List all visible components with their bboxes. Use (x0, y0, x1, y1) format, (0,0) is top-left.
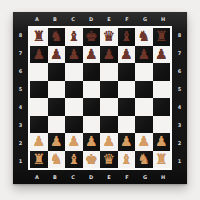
rank-label: 4 (13, 98, 28, 116)
rank-label: 8 (172, 26, 187, 44)
file-labels-bottom: ABCDEFGH (28, 170, 172, 184)
square-g4 (135, 98, 153, 116)
piece-black-pawn: ♟ (67, 46, 80, 63)
square-c3 (65, 116, 83, 134)
square-b2: ♟ (48, 133, 66, 151)
square-d6 (83, 63, 101, 81)
file-label: A (28, 17, 46, 22)
piece-white-rook: ♜ (32, 151, 45, 168)
square-h1: ♜ (153, 151, 171, 169)
square-f7: ♟ (118, 46, 136, 64)
piece-white-bishop: ♝ (120, 151, 133, 168)
square-d5 (83, 81, 101, 99)
square-f1: ♝ (118, 151, 136, 169)
piece-white-pawn: ♟ (67, 133, 80, 150)
square-b3 (48, 116, 66, 134)
piece-white-pawn: ♟ (102, 133, 115, 150)
rank-label: 1 (172, 152, 187, 170)
file-label: F (118, 175, 136, 180)
rank-label: 6 (172, 62, 187, 80)
piece-white-knight: ♞ (137, 151, 150, 168)
piece-black-queen: ♛ (102, 28, 115, 45)
square-h3 (153, 116, 171, 134)
square-f5 (118, 81, 136, 99)
piece-black-king: ♚ (85, 28, 98, 45)
square-b1: ♞ (48, 151, 66, 169)
rank-label: 3 (13, 116, 28, 134)
piece-black-rook: ♜ (32, 28, 45, 45)
square-f8: ♝ (118, 28, 136, 46)
piece-black-bishop: ♝ (67, 28, 80, 45)
square-g3 (135, 116, 153, 134)
rank-label: 7 (172, 44, 187, 62)
frame-corner (172, 170, 187, 184)
square-d2: ♟ (83, 133, 101, 151)
square-d8: ♚ (83, 28, 101, 46)
square-d1: ♚ (83, 151, 101, 169)
square-d4 (83, 98, 101, 116)
square-a7: ♟ (30, 46, 48, 64)
square-c5 (65, 81, 83, 99)
piece-white-bishop: ♝ (67, 151, 80, 168)
piece-black-pawn: ♟ (85, 46, 98, 63)
square-e3 (100, 116, 118, 134)
file-label: A (28, 175, 46, 180)
square-h6 (153, 63, 171, 81)
square-f3 (118, 116, 136, 134)
square-a1: ♜ (30, 151, 48, 169)
file-label: D (82, 17, 100, 22)
square-g1: ♞ (135, 151, 153, 169)
square-h8: ♜ (153, 28, 171, 46)
square-b5 (48, 81, 66, 99)
square-e4 (100, 98, 118, 116)
square-g8: ♞ (135, 28, 153, 46)
file-label: B (46, 17, 64, 22)
file-label: F (118, 17, 136, 22)
square-b8: ♞ (48, 28, 66, 46)
piece-black-pawn: ♟ (155, 46, 168, 63)
square-h7: ♟ (153, 46, 171, 64)
file-label: E (100, 175, 118, 180)
file-labels-top: ABCDEFGH (28, 12, 172, 26)
piece-white-knight: ♞ (50, 151, 63, 168)
piece-black-knight: ♞ (50, 28, 63, 45)
square-c8: ♝ (65, 28, 83, 46)
square-e1: ♛ (100, 151, 118, 169)
piece-black-knight: ♞ (137, 28, 150, 45)
square-h4 (153, 98, 171, 116)
square-f2: ♟ (118, 133, 136, 151)
piece-white-king: ♚ (85, 151, 98, 168)
square-g5 (135, 81, 153, 99)
square-c1: ♝ (65, 151, 83, 169)
rank-labels-right: 87654321 (172, 26, 187, 170)
square-a5 (30, 81, 48, 99)
square-f6 (118, 63, 136, 81)
square-h2: ♟ (153, 133, 171, 151)
square-f4 (118, 98, 136, 116)
board-squares: ♜♞♝♚♛♝♞♜♟♟♟♟♟♟♟♟♟♟♟♟♟♟♟♟♜♞♝♚♛♝♞♜ (30, 28, 170, 168)
piece-white-pawn: ♟ (85, 133, 98, 150)
square-c2: ♟ (65, 133, 83, 151)
square-g2: ♟ (135, 133, 153, 151)
square-e6 (100, 63, 118, 81)
square-g6 (135, 63, 153, 81)
piece-white-pawn: ♟ (120, 133, 133, 150)
rank-label: 2 (13, 134, 28, 152)
square-c4 (65, 98, 83, 116)
square-h5 (153, 81, 171, 99)
square-e8: ♛ (100, 28, 118, 46)
rank-label: 1 (13, 152, 28, 170)
rank-labels-left: 87654321 (13, 26, 28, 170)
file-label: H (154, 17, 172, 22)
rank-label: 8 (13, 26, 28, 44)
file-label: C (64, 17, 82, 22)
piece-black-pawn: ♟ (120, 46, 133, 63)
file-label: D (82, 175, 100, 180)
frame-corner (172, 12, 187, 26)
file-label: H (154, 175, 172, 180)
piece-black-pawn: ♟ (137, 46, 150, 63)
chess-board: ABCDEFGH 87654321 ♜♞♝♚♛♝♞♜♟♟♟♟♟♟♟♟♟♟♟♟♟♟… (13, 12, 187, 184)
piece-black-pawn: ♟ (32, 46, 45, 63)
square-b7: ♟ (48, 46, 66, 64)
square-d7: ♟ (83, 46, 101, 64)
file-label: C (64, 175, 82, 180)
square-b6 (48, 63, 66, 81)
rank-label: 3 (172, 116, 187, 134)
piece-white-pawn: ♟ (50, 133, 63, 150)
piece-black-rook: ♜ (155, 28, 168, 45)
square-c6 (65, 63, 83, 81)
file-label: G (136, 175, 154, 180)
piece-white-pawn: ♟ (155, 133, 168, 150)
square-e5 (100, 81, 118, 99)
frame-corner (13, 12, 28, 26)
square-d3 (83, 116, 101, 134)
square-a6 (30, 63, 48, 81)
piece-black-bishop: ♝ (120, 28, 133, 45)
file-label: E (100, 17, 118, 22)
square-a2: ♟ (30, 133, 48, 151)
square-g7: ♟ (135, 46, 153, 64)
square-e2: ♟ (100, 133, 118, 151)
rank-label: 7 (13, 44, 28, 62)
square-a3 (30, 116, 48, 134)
rank-label: 5 (13, 80, 28, 98)
rank-label: 4 (172, 98, 187, 116)
file-label: G (136, 17, 154, 22)
file-label: B (46, 175, 64, 180)
rank-label: 6 (13, 62, 28, 80)
piece-white-pawn: ♟ (137, 133, 150, 150)
piece-white-pawn: ♟ (32, 133, 45, 150)
square-c7: ♟ (65, 46, 83, 64)
piece-black-pawn: ♟ (50, 46, 63, 63)
board-inner-border: ♜♞♝♚♛♝♞♜♟♟♟♟♟♟♟♟♟♟♟♟♟♟♟♟♜♞♝♚♛♝♞♜ (28, 26, 172, 170)
square-b4 (48, 98, 66, 116)
frame-corner (13, 170, 28, 184)
piece-black-pawn: ♟ (102, 46, 115, 63)
piece-white-queen: ♛ (102, 151, 115, 168)
rank-label: 5 (172, 80, 187, 98)
square-a4 (30, 98, 48, 116)
product-photo-scene: ABCDEFGH 87654321 ♜♞♝♚♛♝♞♜♟♟♟♟♟♟♟♟♟♟♟♟♟♟… (0, 0, 200, 200)
square-e7: ♟ (100, 46, 118, 64)
square-a8: ♜ (30, 28, 48, 46)
piece-white-rook: ♜ (155, 151, 168, 168)
rank-label: 2 (172, 134, 187, 152)
